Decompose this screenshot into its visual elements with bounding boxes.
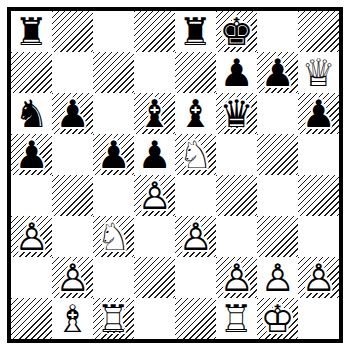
square-g4[interactable] — [257, 175, 298, 216]
square-e2[interactable] — [175, 257, 216, 298]
piece-black-rook: ♜ — [11, 11, 52, 52]
square-b2[interactable]: ♟♙ — [52, 257, 93, 298]
square-f1[interactable]: ♜♖ — [216, 298, 257, 339]
square-f5[interactable] — [216, 134, 257, 175]
square-b6[interactable]: ♟ — [52, 93, 93, 134]
square-c3[interactable]: ♞♘ — [93, 216, 134, 257]
square-c7[interactable] — [93, 52, 134, 93]
piece-white-pawn: ♟♙ — [216, 257, 257, 298]
square-c8[interactable] — [93, 11, 134, 52]
square-c4[interactable] — [93, 175, 134, 216]
square-d8[interactable] — [134, 11, 175, 52]
square-e6[interactable]: ♝ — [175, 93, 216, 134]
square-h2[interactable]: ♟♙ — [298, 257, 339, 298]
piece-black-bishop: ♝ — [134, 93, 175, 134]
piece-black-pawn: ♟ — [134, 134, 175, 175]
square-h6[interactable]: ♟ — [298, 93, 339, 134]
chessboard-frame: ♜♜♚♟♟♛♕♞♟♝♝♛♟♟♟♟♞♘♟♙♟♙♞♘♟♙♟♙♟♙♟♙♟♙♝♗♜♖♜♖… — [7, 7, 343, 343]
piece-glyph: ♖ — [216, 298, 257, 339]
square-d5[interactable]: ♟ — [134, 134, 175, 175]
square-b4[interactable] — [52, 175, 93, 216]
square-b5[interactable] — [52, 134, 93, 175]
piece-glyph: ♘ — [175, 134, 216, 175]
piece-white-knight: ♞♘ — [93, 216, 134, 257]
square-d1[interactable] — [134, 298, 175, 339]
square-b8[interactable] — [52, 11, 93, 52]
square-e5[interactable]: ♞♘ — [175, 134, 216, 175]
piece-glyph: ♞ — [11, 93, 52, 134]
square-f3[interactable] — [216, 216, 257, 257]
piece-glyph: ♙ — [257, 257, 298, 298]
piece-white-queen: ♛♕ — [298, 52, 339, 93]
piece-black-pawn: ♟ — [298, 93, 339, 134]
square-a6[interactable]: ♞ — [11, 93, 52, 134]
piece-glyph: ♟ — [52, 93, 93, 134]
square-h8[interactable] — [298, 11, 339, 52]
piece-black-pawn: ♟ — [11, 134, 52, 175]
piece-white-pawn: ♟♙ — [134, 175, 175, 216]
piece-white-rook: ♜♖ — [93, 298, 134, 339]
square-b1[interactable]: ♝♗ — [52, 298, 93, 339]
square-c1[interactable]: ♜♖ — [93, 298, 134, 339]
piece-glyph: ♝ — [175, 93, 216, 134]
piece-glyph: ♙ — [298, 257, 339, 298]
piece-glyph: ♜ — [11, 11, 52, 52]
piece-glyph: ♕ — [298, 52, 339, 93]
square-h7[interactable]: ♛♕ — [298, 52, 339, 93]
piece-glyph: ♙ — [134, 175, 175, 216]
piece-white-bishop: ♝♗ — [52, 298, 93, 339]
square-h1[interactable] — [298, 298, 339, 339]
piece-black-pawn: ♟ — [52, 93, 93, 134]
piece-white-king: ♚♔ — [257, 298, 298, 339]
piece-glyph: ♙ — [175, 216, 216, 257]
square-g3[interactable] — [257, 216, 298, 257]
square-e4[interactable] — [175, 175, 216, 216]
square-a3[interactable]: ♟♙ — [11, 216, 52, 257]
square-c6[interactable] — [93, 93, 134, 134]
piece-white-pawn: ♟♙ — [175, 216, 216, 257]
piece-black-rook: ♜ — [175, 11, 216, 52]
square-e1[interactable] — [175, 298, 216, 339]
piece-black-king: ♚ — [216, 11, 257, 52]
piece-white-pawn: ♟♙ — [11, 216, 52, 257]
square-a8[interactable]: ♜ — [11, 11, 52, 52]
piece-glyph: ♗ — [52, 298, 93, 339]
piece-glyph: ♛ — [216, 93, 257, 134]
piece-glyph: ♟ — [134, 134, 175, 175]
square-c2[interactable] — [93, 257, 134, 298]
piece-white-pawn: ♟♙ — [52, 257, 93, 298]
square-a7[interactable] — [11, 52, 52, 93]
square-d7[interactable] — [134, 52, 175, 93]
piece-glyph: ♚ — [216, 11, 257, 52]
square-h5[interactable] — [298, 134, 339, 175]
square-a4[interactable] — [11, 175, 52, 216]
square-d3[interactable] — [134, 216, 175, 257]
square-f4[interactable] — [216, 175, 257, 216]
piece-black-bishop: ♝ — [175, 93, 216, 134]
piece-black-knight: ♞ — [11, 93, 52, 134]
square-b3[interactable] — [52, 216, 93, 257]
square-a1[interactable] — [11, 298, 52, 339]
square-c5[interactable]: ♟ — [93, 134, 134, 175]
square-g7[interactable]: ♟ — [257, 52, 298, 93]
piece-black-pawn: ♟ — [257, 52, 298, 93]
piece-glyph: ♟ — [216, 52, 257, 93]
piece-glyph: ♘ — [93, 216, 134, 257]
piece-glyph: ♜ — [175, 11, 216, 52]
piece-glyph: ♖ — [93, 298, 134, 339]
square-e7[interactable] — [175, 52, 216, 93]
piece-glyph: ♙ — [52, 257, 93, 298]
square-g1[interactable]: ♚♔ — [257, 298, 298, 339]
square-e8[interactable]: ♜ — [175, 11, 216, 52]
square-d2[interactable] — [134, 257, 175, 298]
piece-glyph: ♟ — [298, 93, 339, 134]
square-d6[interactable]: ♝ — [134, 93, 175, 134]
piece-glyph: ♙ — [11, 216, 52, 257]
piece-glyph: ♟ — [11, 134, 52, 175]
piece-glyph: ♝ — [134, 93, 175, 134]
square-f6[interactable]: ♛ — [216, 93, 257, 134]
piece-white-pawn: ♟♙ — [257, 257, 298, 298]
piece-white-knight: ♞♘ — [175, 134, 216, 175]
piece-glyph: ♔ — [257, 298, 298, 339]
piece-white-pawn: ♟♙ — [298, 257, 339, 298]
piece-white-rook: ♜♖ — [216, 298, 257, 339]
piece-black-pawn: ♟ — [216, 52, 257, 93]
square-f8[interactable]: ♚ — [216, 11, 257, 52]
square-h4[interactable] — [298, 175, 339, 216]
square-g5[interactable] — [257, 134, 298, 175]
square-f2[interactable]: ♟♙ — [216, 257, 257, 298]
square-a2[interactable] — [11, 257, 52, 298]
square-f7[interactable]: ♟ — [216, 52, 257, 93]
square-e3[interactable]: ♟♙ — [175, 216, 216, 257]
square-b7[interactable] — [52, 52, 93, 93]
piece-glyph: ♙ — [216, 257, 257, 298]
square-g8[interactable] — [257, 11, 298, 52]
piece-black-queen: ♛ — [216, 93, 257, 134]
square-h3[interactable] — [298, 216, 339, 257]
piece-glyph: ♟ — [93, 134, 134, 175]
square-d4[interactable]: ♟♙ — [134, 175, 175, 216]
chessboard: ♜♜♚♟♟♛♕♞♟♝♝♛♟♟♟♟♞♘♟♙♟♙♞♘♟♙♟♙♟♙♟♙♟♙♝♗♜♖♜♖… — [11, 11, 339, 339]
piece-glyph: ♟ — [257, 52, 298, 93]
square-a5[interactable]: ♟ — [11, 134, 52, 175]
square-g2[interactable]: ♟♙ — [257, 257, 298, 298]
piece-black-pawn: ♟ — [93, 134, 134, 175]
square-g6[interactable] — [257, 93, 298, 134]
